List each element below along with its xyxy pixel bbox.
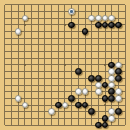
board-intersection[interactable] xyxy=(15,28,22,35)
white-stone xyxy=(15,95,22,102)
white-stone xyxy=(108,115,115,122)
white-stone xyxy=(48,108,55,115)
white-stone xyxy=(108,75,115,82)
board-intersection[interactable] xyxy=(115,22,122,29)
black-stone xyxy=(102,82,109,89)
white-stone xyxy=(75,88,82,95)
board-intersection[interactable] xyxy=(95,122,102,129)
white-stone xyxy=(82,88,89,95)
white-stone xyxy=(95,15,102,22)
board-intersection[interactable] xyxy=(62,102,69,109)
board-intersection[interactable] xyxy=(115,95,122,102)
black-stone xyxy=(75,102,82,109)
black-stone xyxy=(115,75,122,82)
white-stone xyxy=(22,102,29,109)
white-stone xyxy=(115,88,122,95)
board-intersection[interactable] xyxy=(122,122,129,129)
hoshi-point xyxy=(24,64,26,66)
black-stone xyxy=(108,62,115,69)
black-stone xyxy=(108,95,115,102)
board-intersection[interactable] xyxy=(55,102,62,109)
black-stone xyxy=(55,102,62,109)
black-stone xyxy=(95,122,102,129)
black-stone xyxy=(95,75,102,82)
black-stone xyxy=(108,88,115,95)
black-stone xyxy=(95,22,102,29)
board-intersection[interactable] xyxy=(95,15,102,22)
board-intersection[interactable] xyxy=(15,95,22,102)
white-stone xyxy=(108,108,115,115)
hoshi-point xyxy=(64,24,66,26)
hoshi-point xyxy=(104,104,106,106)
black-stone xyxy=(102,115,109,122)
white-stone xyxy=(108,15,115,22)
go-game-screenshot xyxy=(0,0,130,130)
board-intersection[interactable] xyxy=(22,102,29,109)
black-stone xyxy=(75,68,82,75)
white-stone xyxy=(68,8,75,15)
board-intersection[interactable] xyxy=(75,102,82,109)
white-stone xyxy=(108,68,115,75)
board-intersection[interactable] xyxy=(68,22,75,29)
white-stone xyxy=(88,15,95,22)
white-stone xyxy=(62,102,69,109)
white-stone xyxy=(115,95,122,102)
black-stone xyxy=(108,22,115,29)
white-stone xyxy=(115,62,122,69)
hoshi-point xyxy=(24,24,26,26)
board-intersection[interactable] xyxy=(102,122,109,129)
black-stone xyxy=(102,95,109,102)
board-intersection[interactable] xyxy=(88,108,95,115)
black-stone xyxy=(102,122,109,129)
white-stone xyxy=(95,88,102,95)
black-stone xyxy=(88,108,95,115)
board-intersection[interactable] xyxy=(108,15,115,22)
board-intersection[interactable] xyxy=(22,15,29,22)
hoshi-point xyxy=(104,64,106,66)
board-intersection[interactable] xyxy=(82,28,89,35)
white-stone xyxy=(95,82,102,89)
black-stone xyxy=(115,108,122,115)
board-intersection[interactable] xyxy=(82,102,89,109)
black-stone xyxy=(115,68,122,75)
white-stone xyxy=(22,15,29,22)
board-intersection[interactable] xyxy=(75,88,82,95)
board-intersection[interactable] xyxy=(68,95,75,102)
board-intersection[interactable] xyxy=(48,108,55,115)
black-stone xyxy=(68,22,75,29)
board-intersection[interactable] xyxy=(95,22,102,29)
black-stone xyxy=(68,95,75,102)
go-board[interactable] xyxy=(0,0,130,130)
black-stone xyxy=(102,22,109,29)
board-intersection[interactable] xyxy=(115,108,122,115)
white-stone xyxy=(102,15,109,22)
white-stone xyxy=(15,28,22,35)
board-intersection[interactable] xyxy=(68,8,75,15)
black-stone xyxy=(115,22,122,29)
last-move-marker xyxy=(70,10,73,13)
board-intersection[interactable] xyxy=(82,88,89,95)
board-intersection[interactable] xyxy=(75,68,82,75)
board-intersection[interactable] xyxy=(108,115,115,122)
black-stone xyxy=(82,102,89,109)
board-intersection[interactable] xyxy=(95,88,102,95)
hoshi-point xyxy=(64,64,66,66)
board-intersection[interactable] xyxy=(95,75,102,82)
board-intersection[interactable] xyxy=(115,75,122,82)
black-stone xyxy=(82,28,89,35)
white-stone xyxy=(108,82,115,89)
black-stone xyxy=(88,75,95,82)
